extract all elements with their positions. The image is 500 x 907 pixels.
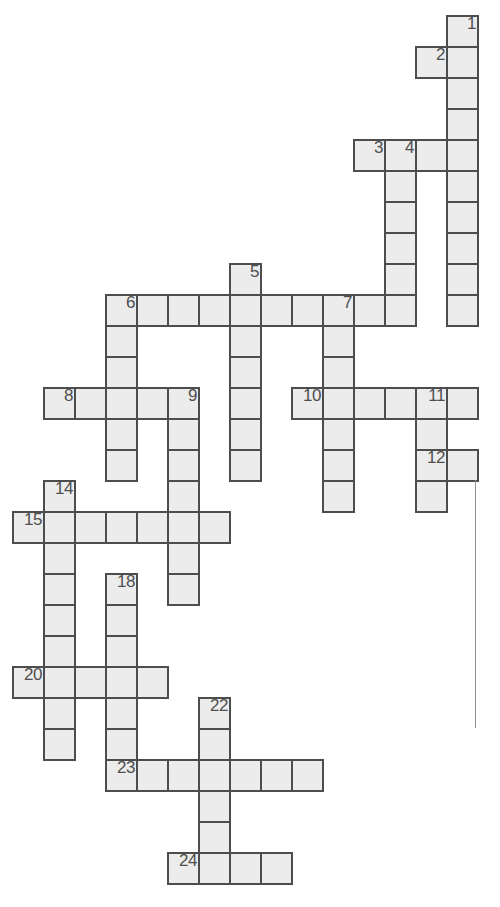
- cell-r15-c1[interactable]: 14: [43, 480, 76, 513]
- cell-r9-c7[interactable]: [229, 294, 262, 327]
- cell-r8-c12[interactable]: [384, 263, 417, 296]
- cell-r23-c3[interactable]: [105, 728, 138, 761]
- cell-r18-c1[interactable]: [43, 573, 76, 606]
- cell-r17-c5[interactable]: [167, 542, 200, 575]
- cell-r21-c0[interactable]: 20: [12, 666, 45, 699]
- cell-r16-c2[interactable]: [74, 511, 107, 544]
- cell-r14-c14[interactable]: [446, 449, 479, 482]
- cell-r12-c4[interactable]: [136, 387, 169, 420]
- cell-r16-c0[interactable]: 15: [12, 511, 45, 544]
- cell-r19-c3[interactable]: [105, 604, 138, 637]
- cell-r27-c5[interactable]: 24: [167, 852, 200, 885]
- cell-r14-c10[interactable]: [322, 449, 355, 482]
- cell-r9-c10[interactable]: 7: [322, 294, 355, 327]
- cell-r12-c1[interactable]: 8: [43, 387, 76, 420]
- cell-r25-c6[interactable]: [198, 790, 231, 823]
- cell-r24-c4[interactable]: [136, 759, 169, 792]
- cell-r12-c5[interactable]: 9: [167, 387, 200, 420]
- cell-r21-c3[interactable]: [105, 666, 138, 699]
- cell-r13-c7[interactable]: [229, 418, 262, 451]
- clue-number-14: 14: [55, 480, 73, 498]
- cell-r12-c12[interactable]: [384, 387, 417, 420]
- cell-r24-c3[interactable]: 23: [105, 759, 138, 792]
- cell-r15-c10[interactable]: [322, 480, 355, 513]
- cell-r12-c7[interactable]: [229, 387, 262, 420]
- cell-r12-c13[interactable]: 11: [415, 387, 448, 420]
- cell-r5-c14[interactable]: [446, 170, 479, 203]
- cell-r13-c5[interactable]: [167, 418, 200, 451]
- clue-number-5: 5: [250, 263, 259, 281]
- cell-r13-c13[interactable]: [415, 418, 448, 451]
- cell-r12-c11[interactable]: [353, 387, 386, 420]
- cell-r18-c5[interactable]: [167, 573, 200, 606]
- cell-r4-c12[interactable]: 4: [384, 139, 417, 172]
- cell-r16-c6[interactable]: [198, 511, 231, 544]
- cell-r1-c13[interactable]: 2: [415, 46, 448, 79]
- cell-r9-c6[interactable]: [198, 294, 231, 327]
- cell-r27-c8[interactable]: [260, 852, 293, 885]
- cell-r11-c10[interactable]: [322, 356, 355, 389]
- clue-number-8: 8: [64, 387, 73, 405]
- cell-r12-c14[interactable]: [446, 387, 479, 420]
- cell-r3-c14[interactable]: [446, 108, 479, 141]
- cell-r8-c14[interactable]: [446, 263, 479, 296]
- cell-r11-c7[interactable]: [229, 356, 262, 389]
- clue-number-24: 24: [179, 852, 197, 870]
- cell-r7-c14[interactable]: [446, 232, 479, 265]
- cell-r22-c1[interactable]: [43, 697, 76, 730]
- cell-r4-c14[interactable]: [446, 139, 479, 172]
- cell-r22-c3[interactable]: [105, 697, 138, 730]
- cell-r20-c3[interactable]: [105, 635, 138, 668]
- cell-r22-c6[interactable]: 22: [198, 697, 231, 730]
- cell-r1-c14[interactable]: [446, 46, 479, 79]
- cell-r12-c3[interactable]: [105, 387, 138, 420]
- cell-r27-c7[interactable]: [229, 852, 262, 885]
- clue-number-9: 9: [188, 387, 197, 405]
- cell-r19-c1[interactable]: [43, 604, 76, 637]
- clue-number-23: 23: [117, 759, 135, 777]
- clue-number-1: 1: [467, 15, 476, 33]
- crossword-board: 12345678910111214151820222324: [12, 15, 479, 885]
- cell-r13-c3[interactable]: [105, 418, 138, 451]
- clue-number-2: 2: [436, 46, 445, 64]
- clue-number-4: 4: [405, 139, 414, 157]
- clue-number-3: 3: [374, 139, 383, 157]
- cell-r5-c12[interactable]: [384, 170, 417, 203]
- cell-r12-c10[interactable]: [322, 387, 355, 420]
- cell-r9-c9[interactable]: [291, 294, 324, 327]
- cell-r9-c8[interactable]: [260, 294, 293, 327]
- cell-r16-c5[interactable]: [167, 511, 200, 544]
- cell-r9-c4[interactable]: [136, 294, 169, 327]
- cell-r24-c7[interactable]: [229, 759, 262, 792]
- cell-r10-c7[interactable]: [229, 325, 262, 358]
- cell-r14-c7[interactable]: [229, 449, 262, 482]
- cell-r23-c6[interactable]: [198, 728, 231, 761]
- clue-number-22: 22: [210, 697, 228, 715]
- cell-r17-c1[interactable]: [43, 542, 76, 575]
- cell-r24-c8[interactable]: [260, 759, 293, 792]
- clue-number-20: 20: [24, 666, 42, 684]
- cell-r9-c14[interactable]: [446, 294, 479, 327]
- cell-r11-c3[interactable]: [105, 356, 138, 389]
- cell-r16-c1[interactable]: [43, 511, 76, 544]
- cell-r12-c2[interactable]: [74, 387, 107, 420]
- cell-r9-c5[interactable]: [167, 294, 200, 327]
- cell-r18-c3[interactable]: 18: [105, 573, 138, 606]
- cell-r15-c5[interactable]: [167, 480, 200, 513]
- crossword-screen: 12345678910111214151820222324: [0, 0, 500, 907]
- cell-r9-c11[interactable]: [353, 294, 386, 327]
- cell-r16-c4[interactable]: [136, 511, 169, 544]
- cell-r21-c2[interactable]: [74, 666, 107, 699]
- clue-number-10: 10: [303, 387, 321, 405]
- cell-r21-c1[interactable]: [43, 666, 76, 699]
- cell-r12-c9[interactable]: 10: [291, 387, 324, 420]
- cell-r15-c13[interactable]: [415, 480, 448, 513]
- clue-number-6: 6: [126, 294, 135, 312]
- cell-r4-c13[interactable]: [415, 139, 448, 172]
- cell-r8-c7[interactable]: 5: [229, 263, 262, 296]
- cell-r20-c1[interactable]: [43, 635, 76, 668]
- cell-r13-c10[interactable]: [322, 418, 355, 451]
- cell-r2-c14[interactable]: [446, 77, 479, 110]
- cell-r9-c3[interactable]: 6: [105, 294, 138, 327]
- cell-r21-c4[interactable]: [136, 666, 169, 699]
- cell-r24-c5[interactable]: [167, 759, 200, 792]
- cell-r27-c6[interactable]: [198, 852, 231, 885]
- cell-r0-c14[interactable]: 1: [446, 15, 479, 48]
- cell-r16-c3[interactable]: [105, 511, 138, 544]
- cell-r4-c11[interactable]: 3: [353, 139, 386, 172]
- cell-r23-c1[interactable]: [43, 728, 76, 761]
- clue-number-18: 18: [117, 573, 135, 591]
- clue-number-15: 15: [24, 511, 42, 529]
- clue-number-11: 11: [428, 387, 445, 405]
- cell-r6-c12[interactable]: [384, 201, 417, 234]
- cell-r14-c3[interactable]: [105, 449, 138, 482]
- cell-r14-c13[interactable]: 12: [415, 449, 448, 482]
- cell-r7-c12[interactable]: [384, 232, 417, 265]
- cell-r24-c6[interactable]: [198, 759, 231, 792]
- cell-r9-c12[interactable]: [384, 294, 417, 327]
- cell-r10-c10[interactable]: [322, 325, 355, 358]
- cell-r14-c5[interactable]: [167, 449, 200, 482]
- cell-r24-c9[interactable]: [291, 759, 324, 792]
- cell-r10-c3[interactable]: [105, 325, 138, 358]
- cell-r6-c14[interactable]: [446, 201, 479, 234]
- cell-r26-c6[interactable]: [198, 821, 231, 854]
- clue-number-12: 12: [427, 449, 445, 467]
- clue-number-7: 7: [343, 294, 352, 312]
- stray-vertical-line: [475, 480, 476, 728]
